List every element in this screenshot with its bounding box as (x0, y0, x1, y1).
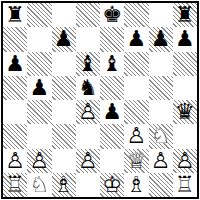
piece-white-pawn: ♟♙ (76, 100, 100, 124)
white-knight-glyph: ♘ (149, 124, 173, 148)
piece-black-queen: ♛ (173, 100, 197, 124)
square-g4[interactable] (149, 100, 173, 124)
black-king-glyph: ♚ (100, 3, 124, 27)
piece-black-pawn: ♟ (149, 27, 173, 51)
square-b5[interactable]: ♟ (27, 76, 51, 100)
white-rook-glyph: ♖ (3, 173, 27, 197)
black-queen-glyph: ♛ (173, 100, 197, 124)
square-b7[interactable] (27, 27, 51, 51)
white-pawn-glyph: ♙ (76, 100, 100, 124)
square-a2[interactable]: ♟♙ (3, 149, 27, 173)
piece-white-pawn: ♟♙ (3, 149, 27, 173)
black-rook-glyph: ♜ (3, 3, 27, 27)
square-f3[interactable]: ♟♙ (124, 124, 148, 148)
piece-black-bishop: ♝ (100, 52, 124, 76)
square-d4[interactable]: ♟♙ (76, 100, 100, 124)
piece-black-king: ♚ (100, 3, 124, 27)
black-pawn-glyph: ♟ (124, 27, 148, 51)
square-h3[interactable] (173, 124, 197, 148)
piece-black-pawn: ♟ (124, 27, 148, 51)
chess-board-frame: ♜♚♜♟♟♟♟♟♝♝♟♞♟♙♟♛♟♙♞♘♟♙♟♙♟♙♛♕♟♙♟♙♜♖♞♘♝♗♚♔… (1, 1, 199, 199)
square-f6[interactable] (124, 52, 148, 76)
black-knight-glyph: ♞ (76, 76, 100, 100)
square-g5[interactable] (149, 76, 173, 100)
piece-white-pawn: ♟♙ (149, 149, 173, 173)
white-pawn-glyph: ♙ (124, 124, 148, 148)
piece-white-pawn: ♟♙ (76, 149, 100, 173)
piece-black-rook: ♜ (3, 3, 27, 27)
square-a4[interactable] (3, 100, 27, 124)
white-rook-glyph: ♖ (173, 173, 197, 197)
square-c2[interactable] (52, 149, 76, 173)
square-h4[interactable]: ♛ (173, 100, 197, 124)
square-a7[interactable] (3, 27, 27, 51)
white-pawn-glyph: ♙ (76, 149, 100, 173)
piece-black-pawn: ♟ (52, 27, 76, 51)
white-pawn-glyph: ♙ (3, 149, 27, 173)
piece-white-bishop: ♝♗ (124, 173, 148, 197)
square-e4[interactable]: ♟ (100, 100, 124, 124)
square-e2[interactable] (100, 149, 124, 173)
piece-white-pawn: ♟♙ (124, 124, 148, 148)
square-a6[interactable]: ♟ (3, 52, 27, 76)
square-d1[interactable] (76, 173, 100, 197)
square-h5[interactable] (173, 76, 197, 100)
square-d6[interactable]: ♝ (76, 52, 100, 76)
square-h7[interactable]: ♟ (173, 27, 197, 51)
piece-white-bishop: ♝♗ (52, 173, 76, 197)
square-d7[interactable] (76, 27, 100, 51)
square-d3[interactable] (76, 124, 100, 148)
square-b8[interactable] (27, 3, 51, 27)
square-a3[interactable] (3, 124, 27, 148)
white-pawn-glyph: ♙ (149, 149, 173, 173)
piece-white-rook: ♜♖ (3, 173, 27, 197)
white-king-glyph: ♔ (100, 173, 124, 197)
piece-white-pawn: ♟♙ (173, 149, 197, 173)
piece-white-knight: ♞♘ (149, 124, 173, 148)
black-pawn-glyph: ♟ (52, 27, 76, 51)
black-rook-glyph: ♜ (173, 3, 197, 27)
square-f5[interactable] (124, 76, 148, 100)
piece-white-rook: ♜♖ (173, 173, 197, 197)
square-f2[interactable]: ♛♕ (124, 149, 148, 173)
white-pawn-glyph: ♙ (27, 149, 51, 173)
piece-black-pawn: ♟ (173, 27, 197, 51)
square-a8[interactable]: ♜ (3, 3, 27, 27)
chess-board: ♜♚♜♟♟♟♟♟♝♝♟♞♟♙♟♛♟♙♞♘♟♙♟♙♟♙♛♕♟♙♟♙♜♖♞♘♝♗♚♔… (3, 3, 197, 197)
square-e8[interactable]: ♚ (100, 3, 124, 27)
black-pawn-glyph: ♟ (100, 100, 124, 124)
square-c5[interactable] (52, 76, 76, 100)
square-c4[interactable] (52, 100, 76, 124)
square-b2[interactable]: ♟♙ (27, 149, 51, 173)
white-bishop-glyph: ♗ (52, 173, 76, 197)
black-pawn-glyph: ♟ (27, 76, 51, 100)
piece-black-pawn: ♟ (27, 76, 51, 100)
black-bishop-glyph: ♝ (76, 52, 100, 76)
piece-black-pawn: ♟ (3, 52, 27, 76)
square-h2[interactable]: ♟♙ (173, 149, 197, 173)
square-f7[interactable]: ♟ (124, 27, 148, 51)
square-b4[interactable] (27, 100, 51, 124)
square-e7[interactable] (100, 27, 124, 51)
square-e5[interactable] (100, 76, 124, 100)
piece-black-knight: ♞ (76, 76, 100, 100)
square-f4[interactable] (124, 100, 148, 124)
square-g1[interactable] (149, 173, 173, 197)
square-g2[interactable]: ♟♙ (149, 149, 173, 173)
piece-white-knight: ♞♘ (27, 173, 51, 197)
piece-black-pawn: ♟ (100, 100, 124, 124)
black-pawn-glyph: ♟ (149, 27, 173, 51)
square-g8[interactable] (149, 3, 173, 27)
square-c7[interactable]: ♟ (52, 27, 76, 51)
square-a1[interactable]: ♜♖ (3, 173, 27, 197)
square-g3[interactable]: ♞♘ (149, 124, 173, 148)
square-f8[interactable] (124, 3, 148, 27)
square-c3[interactable] (52, 124, 76, 148)
black-bishop-glyph: ♝ (100, 52, 124, 76)
piece-white-king: ♚♔ (100, 173, 124, 197)
black-pawn-glyph: ♟ (3, 52, 27, 76)
square-h6[interactable] (173, 52, 197, 76)
square-c1[interactable]: ♝♗ (52, 173, 76, 197)
square-d8[interactable] (76, 3, 100, 27)
square-f1[interactable]: ♝♗ (124, 173, 148, 197)
square-e3[interactable] (100, 124, 124, 148)
square-h1[interactable]: ♜♖ (173, 173, 197, 197)
square-e6[interactable]: ♝ (100, 52, 124, 76)
white-pawn-glyph: ♙ (173, 149, 197, 173)
square-h8[interactable]: ♜ (173, 3, 197, 27)
square-c8[interactable] (52, 3, 76, 27)
white-knight-glyph: ♘ (27, 173, 51, 197)
black-pawn-glyph: ♟ (173, 27, 197, 51)
square-a5[interactable] (3, 76, 27, 100)
white-bishop-glyph: ♗ (124, 173, 148, 197)
square-c6[interactable] (52, 52, 76, 76)
square-b6[interactable] (27, 52, 51, 76)
piece-white-queen: ♛♕ (124, 149, 148, 173)
chess-diagram: ♜♚♜♟♟♟♟♟♝♝♟♞♟♙♟♛♟♙♞♘♟♙♟♙♟♙♛♕♟♙♟♙♜♖♞♘♝♗♚♔… (0, 0, 200, 200)
square-g6[interactable] (149, 52, 173, 76)
square-d2[interactable]: ♟♙ (76, 149, 100, 173)
piece-black-bishop: ♝ (76, 52, 100, 76)
piece-white-pawn: ♟♙ (27, 149, 51, 173)
square-e1[interactable]: ♚♔ (100, 173, 124, 197)
piece-black-rook: ♜ (173, 3, 197, 27)
square-b1[interactable]: ♞♘ (27, 173, 51, 197)
square-g7[interactable]: ♟ (149, 27, 173, 51)
white-queen-glyph: ♕ (124, 149, 148, 173)
square-d5[interactable]: ♞ (76, 76, 100, 100)
square-b3[interactable] (27, 124, 51, 148)
